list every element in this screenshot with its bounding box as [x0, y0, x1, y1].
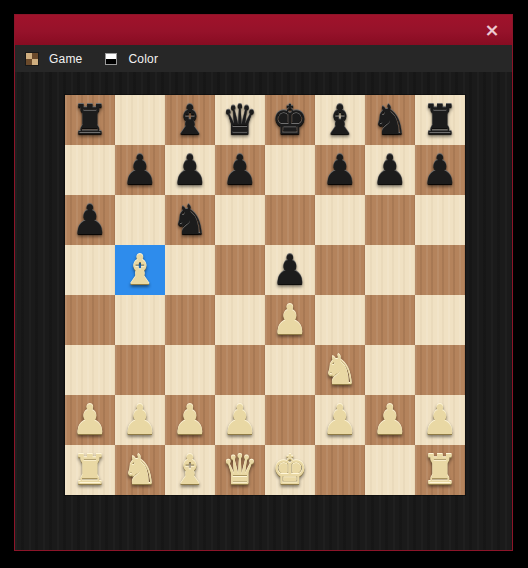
piece-white-bishop[interactable]: ♝ [122, 245, 159, 295]
piece-black-queen[interactable]: ♛ [222, 95, 259, 145]
square-a7[interactable] [65, 145, 115, 195]
square-d2[interactable]: ♟ [215, 395, 265, 445]
piece-black-pawn[interactable]: ♟ [322, 145, 359, 195]
square-b5[interactable]: ♝ [115, 245, 165, 295]
square-g4[interactable] [365, 295, 415, 345]
square-a8[interactable]: ♜ [65, 95, 115, 145]
square-g5[interactable] [365, 245, 415, 295]
piece-white-pawn[interactable]: ♟ [172, 395, 209, 445]
square-e1[interactable]: ♚ [265, 445, 315, 495]
square-b7[interactable]: ♟ [115, 145, 165, 195]
square-c7[interactable]: ♟ [165, 145, 215, 195]
square-h4[interactable] [415, 295, 465, 345]
piece-black-knight[interactable]: ♞ [372, 95, 409, 145]
square-e6[interactable] [265, 195, 315, 245]
square-g7[interactable]: ♟ [365, 145, 415, 195]
piece-white-pawn[interactable]: ♟ [72, 395, 109, 445]
square-a4[interactable] [65, 295, 115, 345]
square-d5[interactable] [215, 245, 265, 295]
square-e3[interactable] [265, 345, 315, 395]
piece-black-pawn[interactable]: ♟ [222, 145, 259, 195]
piece-black-rook[interactable]: ♜ [72, 95, 109, 145]
square-h8[interactable]: ♜ [415, 95, 465, 145]
close-button[interactable]: × [478, 15, 506, 45]
square-b8[interactable] [115, 95, 165, 145]
piece-black-rook[interactable]: ♜ [422, 95, 459, 145]
square-a1[interactable]: ♜ [65, 445, 115, 495]
square-f4[interactable] [315, 295, 365, 345]
square-b6[interactable] [115, 195, 165, 245]
square-e7[interactable] [265, 145, 315, 195]
piece-white-pawn[interactable]: ♟ [122, 395, 159, 445]
square-a6[interactable]: ♟ [65, 195, 115, 245]
piece-white-pawn[interactable]: ♟ [272, 295, 309, 345]
checkerboard-icon [26, 53, 38, 65]
piece-black-pawn[interactable]: ♟ [72, 195, 109, 245]
piece-white-bishop[interactable]: ♝ [172, 445, 209, 495]
piece-black-pawn[interactable]: ♟ [372, 145, 409, 195]
square-h6[interactable] [415, 195, 465, 245]
square-f3[interactable]: ♞ [315, 345, 365, 395]
square-d6[interactable] [215, 195, 265, 245]
piece-black-pawn[interactable]: ♟ [172, 145, 209, 195]
square-e8[interactable]: ♚ [265, 95, 315, 145]
square-e4[interactable]: ♟ [265, 295, 315, 345]
square-f8[interactable]: ♝ [315, 95, 365, 145]
square-g8[interactable]: ♞ [365, 95, 415, 145]
piece-white-pawn[interactable]: ♟ [422, 395, 459, 445]
square-f7[interactable]: ♟ [315, 145, 365, 195]
piece-white-queen[interactable]: ♛ [222, 445, 259, 495]
piece-white-king[interactable]: ♚ [272, 445, 309, 495]
menu-item-label: Game [49, 52, 82, 66]
square-e5[interactable]: ♟ [265, 245, 315, 295]
square-a3[interactable] [65, 345, 115, 395]
square-c3[interactable] [165, 345, 215, 395]
piece-black-king[interactable]: ♚ [272, 95, 309, 145]
piece-white-rook[interactable]: ♜ [72, 445, 109, 495]
square-g1[interactable] [365, 445, 415, 495]
piece-white-pawn[interactable]: ♟ [222, 395, 259, 445]
square-d4[interactable] [215, 295, 265, 345]
square-a2[interactable]: ♟ [65, 395, 115, 445]
menu-item-color[interactable]: Color [94, 45, 170, 72]
title-bar[interactable]: × [15, 15, 512, 45]
menu-item-label: Color [128, 52, 158, 66]
square-c2[interactable]: ♟ [165, 395, 215, 445]
square-d1[interactable]: ♛ [215, 445, 265, 495]
square-b3[interactable] [115, 345, 165, 395]
chess-board: ♜♝♛♚♝♞♜♟♟♟♟♟♟♟♞♝♟♟♞♟♟♟♟♟♟♟♜♞♝♛♚♜ [65, 95, 465, 495]
piece-black-pawn[interactable]: ♟ [422, 145, 459, 195]
square-a5[interactable] [65, 245, 115, 295]
square-f6[interactable] [315, 195, 365, 245]
color-swatch-icon [105, 53, 117, 65]
square-f1[interactable] [315, 445, 365, 495]
square-h7[interactable]: ♟ [415, 145, 465, 195]
square-d8[interactable]: ♛ [215, 95, 265, 145]
piece-black-bishop[interactable]: ♝ [172, 95, 209, 145]
piece-white-knight[interactable]: ♞ [122, 445, 159, 495]
square-g3[interactable] [365, 345, 415, 395]
piece-white-pawn[interactable]: ♟ [322, 395, 359, 445]
square-f5[interactable] [315, 245, 365, 295]
square-g6[interactable] [365, 195, 415, 245]
square-h3[interactable] [415, 345, 465, 395]
square-h1[interactable]: ♜ [415, 445, 465, 495]
piece-black-bishop[interactable]: ♝ [322, 95, 359, 145]
square-e2[interactable] [265, 395, 315, 445]
square-d7[interactable]: ♟ [215, 145, 265, 195]
piece-black-pawn[interactable]: ♟ [272, 245, 309, 295]
piece-white-knight[interactable]: ♞ [322, 345, 359, 395]
square-c8[interactable]: ♝ [165, 95, 215, 145]
square-d3[interactable] [215, 345, 265, 395]
piece-black-pawn[interactable]: ♟ [122, 145, 159, 195]
close-icon: × [484, 19, 499, 40]
piece-black-knight[interactable]: ♞ [172, 195, 209, 245]
square-h2[interactable]: ♟ [415, 395, 465, 445]
square-b2[interactable]: ♟ [115, 395, 165, 445]
square-c1[interactable]: ♝ [165, 445, 215, 495]
screen: × Game Color ♜♝♛♚♝♞♜♟♟♟♟♟♟♟♞♝♟♟♞♟♟♟♟♟♟♟♜… [0, 0, 528, 568]
square-g2[interactable]: ♟ [365, 395, 415, 445]
app-window: × Game Color ♜♝♛♚♝♞♜♟♟♟♟♟♟♟♞♝♟♟♞♟♟♟♟♟♟♟♜… [14, 14, 513, 551]
square-c5[interactable] [165, 245, 215, 295]
square-b1[interactable]: ♞ [115, 445, 165, 495]
square-c4[interactable] [165, 295, 215, 345]
piece-white-pawn[interactable]: ♟ [372, 395, 409, 445]
piece-white-rook[interactable]: ♜ [422, 445, 459, 495]
menu-bar: Game Color [15, 45, 512, 72]
square-b4[interactable] [115, 295, 165, 345]
menu-item-game[interactable]: Game [15, 45, 94, 72]
square-f2[interactable]: ♟ [315, 395, 365, 445]
square-c6[interactable]: ♞ [165, 195, 215, 245]
square-h5[interactable] [415, 245, 465, 295]
